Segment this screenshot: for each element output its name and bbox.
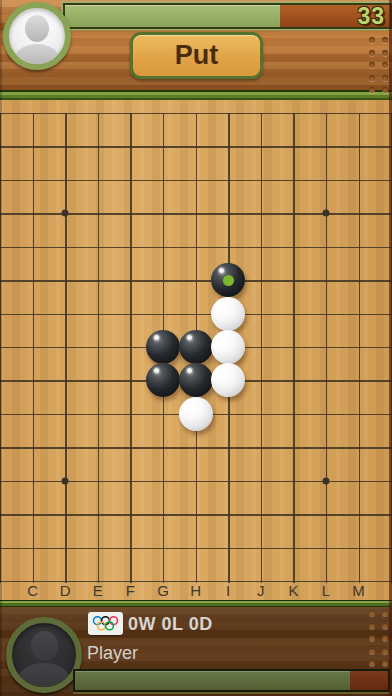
black-stone bbox=[179, 363, 213, 397]
screw-dot bbox=[382, 62, 388, 68]
white-stone bbox=[179, 397, 213, 431]
last-move-marker bbox=[223, 275, 234, 286]
white-stone bbox=[211, 330, 245, 364]
screw-dot bbox=[369, 648, 375, 654]
screw-dot bbox=[382, 610, 388, 616]
stone-grid bbox=[0, 100, 392, 598]
player-avatar bbox=[6, 617, 82, 693]
player-progress-fill bbox=[75, 671, 350, 690]
opponent-avatar bbox=[3, 2, 71, 70]
board-frame-top bbox=[0, 90, 392, 100]
screw-dot bbox=[382, 75, 388, 81]
score-value: 33 bbox=[357, 3, 385, 30]
opponent-progress-fill bbox=[65, 5, 280, 27]
column-label: D bbox=[49, 582, 82, 599]
column-label: K bbox=[277, 582, 310, 599]
column-label: F bbox=[114, 582, 147, 599]
column-label: C bbox=[16, 582, 49, 599]
screw-dot bbox=[369, 50, 375, 56]
game-board[interactable]: CDEFGHIJKLM bbox=[0, 100, 392, 600]
black-stone bbox=[146, 330, 180, 364]
opponent-progress-bar: 33 bbox=[63, 3, 392, 29]
screw-dot bbox=[382, 50, 388, 56]
screw-dot bbox=[369, 623, 375, 629]
column-labels: CDEFGHIJKLM bbox=[0, 582, 392, 600]
black-stone bbox=[146, 363, 180, 397]
column-label: G bbox=[147, 582, 180, 599]
bottom-player-panel: 0W 0L 0D Player bbox=[0, 607, 392, 696]
board-frame-bottom bbox=[0, 600, 392, 607]
player-name: Player bbox=[87, 643, 138, 664]
top-player-panel: 33 Put bbox=[0, 0, 392, 90]
record-text: 0W 0L 0D bbox=[128, 614, 213, 635]
black-stone bbox=[179, 330, 213, 364]
screw-dot bbox=[382, 648, 388, 654]
column-label: J bbox=[245, 582, 278, 599]
screw-dot bbox=[369, 37, 375, 43]
white-stone bbox=[211, 363, 245, 397]
screw-dot bbox=[369, 610, 375, 616]
screw-dot bbox=[369, 62, 375, 68]
screw-dot bbox=[382, 37, 388, 43]
screw-dot bbox=[382, 623, 388, 629]
black-stone bbox=[211, 263, 245, 297]
column-label: E bbox=[82, 582, 115, 599]
player-progress-bar bbox=[73, 669, 390, 692]
column-label: L bbox=[310, 582, 343, 599]
put-button[interactable]: Put bbox=[130, 32, 263, 79]
white-stone bbox=[211, 297, 245, 331]
olympic-rings-icon bbox=[88, 612, 123, 635]
column-label: I bbox=[212, 582, 245, 599]
column-label: H bbox=[179, 582, 212, 599]
screw-dot bbox=[369, 75, 375, 81]
column-label: M bbox=[342, 582, 375, 599]
